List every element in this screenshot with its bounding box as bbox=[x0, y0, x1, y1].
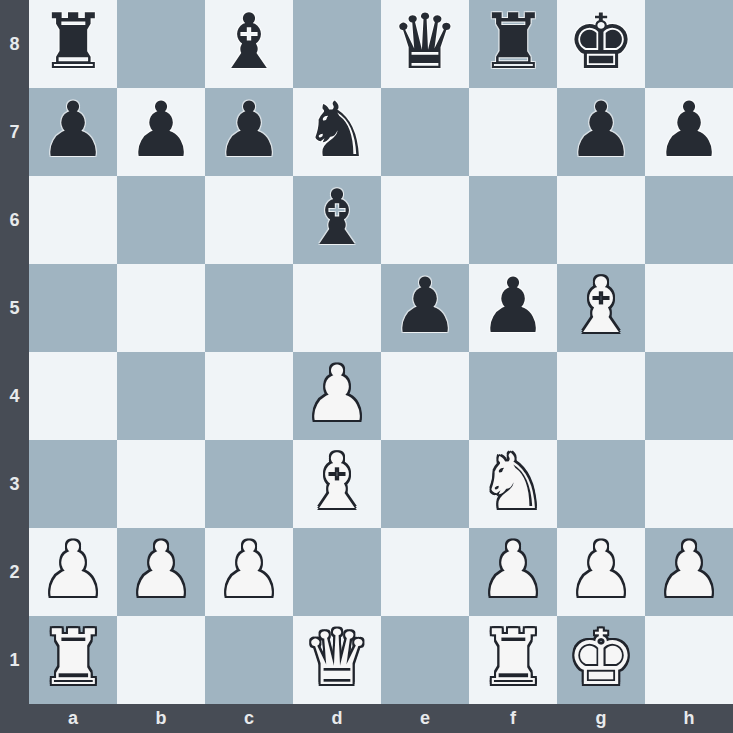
square-a6[interactable] bbox=[29, 176, 117, 264]
white-pawn-d4[interactable]: ♟ bbox=[303, 356, 371, 432]
square-c4[interactable] bbox=[205, 352, 293, 440]
square-h4[interactable] bbox=[645, 352, 733, 440]
square-b4[interactable] bbox=[117, 352, 205, 440]
rank-label-1: 1 bbox=[0, 616, 29, 704]
black-pawn-g7[interactable]: ♟ bbox=[567, 92, 635, 168]
white-bishop-g5[interactable]: ♝ bbox=[567, 268, 635, 344]
square-h3[interactable] bbox=[645, 440, 733, 528]
square-c6[interactable] bbox=[205, 176, 293, 264]
square-h6[interactable] bbox=[645, 176, 733, 264]
square-b3[interactable] bbox=[117, 440, 205, 528]
square-a2[interactable]: ♟ bbox=[29, 528, 117, 616]
file-label-e: e bbox=[381, 704, 469, 733]
square-e1[interactable] bbox=[381, 616, 469, 704]
square-e7[interactable] bbox=[381, 88, 469, 176]
white-pawn-g2[interactable]: ♟ bbox=[567, 532, 635, 608]
square-b8[interactable] bbox=[117, 0, 205, 88]
white-king-g1[interactable]: ♚ bbox=[567, 620, 635, 696]
black-pawn-b7[interactable]: ♟ bbox=[127, 92, 195, 168]
square-e2[interactable] bbox=[381, 528, 469, 616]
file-label-a: a bbox=[29, 704, 117, 733]
rank-label-5: 5 bbox=[0, 264, 29, 352]
black-rook-a8[interactable]: ♜ bbox=[39, 4, 107, 80]
square-e6[interactable] bbox=[381, 176, 469, 264]
square-b6[interactable] bbox=[117, 176, 205, 264]
square-f3[interactable]: ♞ bbox=[469, 440, 557, 528]
square-h1[interactable] bbox=[645, 616, 733, 704]
white-knight-f3[interactable]: ♞ bbox=[479, 444, 547, 520]
rank-label-3: 3 bbox=[0, 440, 29, 528]
square-e5[interactable]: ♟ bbox=[381, 264, 469, 352]
square-g7[interactable]: ♟ bbox=[557, 88, 645, 176]
square-c5[interactable] bbox=[205, 264, 293, 352]
square-a1[interactable]: ♜ bbox=[29, 616, 117, 704]
square-a8[interactable]: ♜ bbox=[29, 0, 117, 88]
white-queen-d1[interactable]: ♛ bbox=[303, 620, 371, 696]
black-bishop-c8[interactable]: ♝ bbox=[215, 4, 283, 80]
square-b2[interactable]: ♟ bbox=[117, 528, 205, 616]
white-pawn-b2[interactable]: ♟ bbox=[127, 532, 195, 608]
rank-label-2: 2 bbox=[0, 528, 29, 616]
square-c3[interactable] bbox=[205, 440, 293, 528]
square-f2[interactable]: ♟ bbox=[469, 528, 557, 616]
square-c8[interactable]: ♝ bbox=[205, 0, 293, 88]
square-f5[interactable]: ♟ bbox=[469, 264, 557, 352]
square-d7[interactable]: ♞ bbox=[293, 88, 381, 176]
board-corner bbox=[0, 704, 29, 733]
rank-label-4: 4 bbox=[0, 352, 29, 440]
square-b7[interactable]: ♟ bbox=[117, 88, 205, 176]
square-e3[interactable] bbox=[381, 440, 469, 528]
square-g4[interactable] bbox=[557, 352, 645, 440]
square-d5[interactable] bbox=[293, 264, 381, 352]
square-h5[interactable] bbox=[645, 264, 733, 352]
black-pawn-h7[interactable]: ♟ bbox=[655, 92, 723, 168]
square-c1[interactable] bbox=[205, 616, 293, 704]
square-e8[interactable]: ♛ bbox=[381, 0, 469, 88]
square-h2[interactable]: ♟ bbox=[645, 528, 733, 616]
square-a3[interactable] bbox=[29, 440, 117, 528]
black-king-g8[interactable]: ♚ bbox=[567, 4, 635, 80]
square-a5[interactable] bbox=[29, 264, 117, 352]
square-a7[interactable]: ♟ bbox=[29, 88, 117, 176]
white-pawn-c2[interactable]: ♟ bbox=[215, 532, 283, 608]
square-d8[interactable] bbox=[293, 0, 381, 88]
square-b5[interactable] bbox=[117, 264, 205, 352]
black-rook-f8[interactable]: ♜ bbox=[479, 4, 547, 80]
file-label-f: f bbox=[469, 704, 557, 733]
square-d2[interactable] bbox=[293, 528, 381, 616]
square-f8[interactable]: ♜ bbox=[469, 0, 557, 88]
black-pawn-c7[interactable]: ♟ bbox=[215, 92, 283, 168]
square-c7[interactable]: ♟ bbox=[205, 88, 293, 176]
file-label-h: h bbox=[645, 704, 733, 733]
square-b1[interactable] bbox=[117, 616, 205, 704]
white-pawn-h2[interactable]: ♟ bbox=[655, 532, 723, 608]
square-g8[interactable]: ♚ bbox=[557, 0, 645, 88]
square-a4[interactable] bbox=[29, 352, 117, 440]
black-pawn-e5[interactable]: ♟ bbox=[391, 268, 459, 344]
square-e4[interactable] bbox=[381, 352, 469, 440]
black-knight-d7[interactable]: ♞ bbox=[303, 92, 371, 168]
white-pawn-a2[interactable]: ♟ bbox=[39, 532, 107, 608]
square-h7[interactable]: ♟ bbox=[645, 88, 733, 176]
square-h8[interactable] bbox=[645, 0, 733, 88]
white-pawn-f2[interactable]: ♟ bbox=[479, 532, 547, 608]
square-f4[interactable] bbox=[469, 352, 557, 440]
square-d1[interactable]: ♛ bbox=[293, 616, 381, 704]
file-label-g: g bbox=[557, 704, 645, 733]
file-label-d: d bbox=[293, 704, 381, 733]
square-f7[interactable] bbox=[469, 88, 557, 176]
file-label-b: b bbox=[117, 704, 205, 733]
white-rook-a1[interactable]: ♜ bbox=[39, 620, 107, 696]
rank-label-8: 8 bbox=[0, 0, 29, 88]
square-g5[interactable]: ♝ bbox=[557, 264, 645, 352]
black-pawn-a7[interactable]: ♟ bbox=[39, 92, 107, 168]
square-g1[interactable]: ♚ bbox=[557, 616, 645, 704]
rank-label-7: 7 bbox=[0, 88, 29, 176]
square-f6[interactable] bbox=[469, 176, 557, 264]
file-label-c: c bbox=[205, 704, 293, 733]
square-f1[interactable]: ♜ bbox=[469, 616, 557, 704]
white-bishop-d3[interactable]: ♝ bbox=[303, 444, 371, 520]
chess-board: 8♜♝♛♜♚7♟♟♟♞♟♟6♝5♟♟♝4♟3♝♞2♟♟♟♟♟♟1♜♛♜♚abcd… bbox=[0, 0, 733, 733]
white-rook-f1[interactable]: ♜ bbox=[479, 620, 547, 696]
black-bishop-d6[interactable]: ♝ bbox=[303, 180, 371, 256]
black-pawn-f5[interactable]: ♟ bbox=[479, 268, 547, 344]
square-d3[interactable]: ♝ bbox=[293, 440, 381, 528]
square-g6[interactable] bbox=[557, 176, 645, 264]
square-c2[interactable]: ♟ bbox=[205, 528, 293, 616]
square-d4[interactable]: ♟ bbox=[293, 352, 381, 440]
black-queen-e8[interactable]: ♛ bbox=[391, 4, 459, 80]
rank-label-6: 6 bbox=[0, 176, 29, 264]
square-g2[interactable]: ♟ bbox=[557, 528, 645, 616]
square-d6[interactable]: ♝ bbox=[293, 176, 381, 264]
square-g3[interactable] bbox=[557, 440, 645, 528]
